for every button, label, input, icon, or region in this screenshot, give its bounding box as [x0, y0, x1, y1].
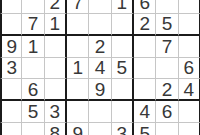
cell-r8c7[interactable]: 5	[134, 123, 156, 135]
cell-r2c6[interactable]: 1	[112, 0, 134, 14]
cell-r7c9[interactable]	[179, 101, 200, 123]
cell-r7c3[interactable]: 3	[45, 101, 67, 123]
cell-r2c9[interactable]	[179, 0, 200, 14]
sudoku-screenshot: 27167125912731456692453468935	[0, 0, 200, 135]
cell-r3c1[interactable]	[0, 14, 22, 36]
cell-r7c5[interactable]	[89, 101, 111, 123]
cell-r2c8[interactable]	[156, 0, 178, 14]
cell-r4c3[interactable]	[45, 36, 67, 58]
cell-r3c6[interactable]	[112, 14, 134, 36]
cell-r8c3[interactable]: 8	[45, 123, 67, 135]
cell-r6c2[interactable]: 6	[22, 79, 44, 101]
cell-r4c5[interactable]: 2	[89, 36, 111, 58]
cell-r5c6[interactable]: 5	[112, 58, 134, 80]
cell-r4c1[interactable]: 9	[0, 36, 22, 58]
cell-r7c8[interactable]: 6	[156, 101, 178, 123]
cell-r4c4[interactable]	[67, 36, 89, 58]
cell-r4c6[interactable]	[112, 36, 134, 58]
cell-r6c9[interactable]: 4	[179, 79, 200, 101]
cell-r7c7[interactable]: 4	[134, 101, 156, 123]
cell-r8c8[interactable]	[156, 123, 178, 135]
cell-r6c4[interactable]	[67, 79, 89, 101]
cell-r5c4[interactable]: 1	[67, 58, 89, 80]
cell-r8c6[interactable]: 3	[112, 123, 134, 135]
cell-r5c8[interactable]	[156, 58, 178, 80]
cell-r6c8[interactable]: 2	[156, 79, 178, 101]
sudoku-board: 27167125912731456692453468935	[0, 0, 200, 135]
cell-r6c1[interactable]	[0, 79, 22, 101]
cell-r4c9[interactable]	[179, 36, 200, 58]
cell-r6c3[interactable]	[45, 79, 67, 101]
cell-r2c5[interactable]	[89, 0, 111, 14]
cell-r5c9[interactable]: 6	[179, 58, 200, 80]
cell-r8c9[interactable]	[179, 123, 200, 135]
cell-r3c4[interactable]	[67, 14, 89, 36]
cell-r5c3[interactable]	[45, 58, 67, 80]
cell-r7c4[interactable]	[67, 101, 89, 123]
cell-r8c4[interactable]: 9	[67, 123, 89, 135]
cell-r7c1[interactable]	[0, 101, 22, 123]
cell-r2c7[interactable]: 6	[134, 0, 156, 14]
cell-r4c7[interactable]	[134, 36, 156, 58]
cell-r3c3[interactable]: 1	[45, 14, 67, 36]
cell-r3c9[interactable]	[179, 14, 200, 36]
cell-r2c3[interactable]: 2	[45, 0, 67, 14]
cell-r6c7[interactable]	[134, 79, 156, 101]
cell-r5c2[interactable]	[22, 58, 44, 80]
cell-r4c8[interactable]: 7	[156, 36, 178, 58]
cell-r5c5[interactable]: 4	[89, 58, 111, 80]
cell-r7c6[interactable]	[112, 101, 134, 123]
cell-r5c7[interactable]	[134, 58, 156, 80]
cell-r2c4[interactable]: 7	[67, 0, 89, 14]
cell-r7c2[interactable]: 5	[22, 101, 44, 123]
cell-r8c5[interactable]	[89, 123, 111, 135]
cell-r8c1[interactable]	[0, 123, 22, 135]
cell-r3c8[interactable]: 5	[156, 14, 178, 36]
cell-r3c5[interactable]	[89, 14, 111, 36]
cell-r3c7[interactable]: 2	[134, 14, 156, 36]
cell-r2c1[interactable]	[0, 0, 22, 14]
cell-r3c2[interactable]: 7	[22, 14, 44, 36]
cell-r6c6[interactable]	[112, 79, 134, 101]
cell-r5c1[interactable]: 3	[0, 58, 22, 80]
cell-r4c2[interactable]: 1	[22, 36, 44, 58]
cell-r6c5[interactable]: 9	[89, 79, 111, 101]
cell-r2c2[interactable]	[22, 0, 44, 14]
cell-r8c2[interactable]	[22, 123, 44, 135]
